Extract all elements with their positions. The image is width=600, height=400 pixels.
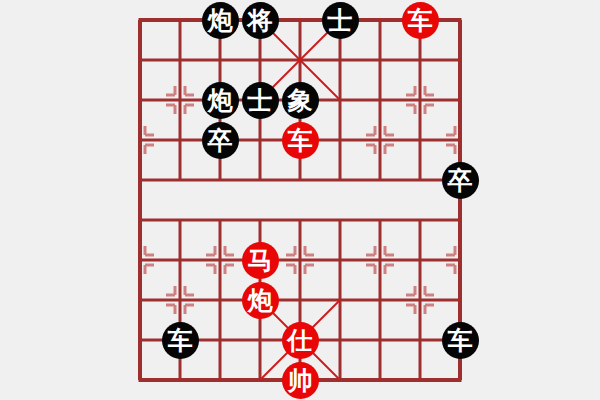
black-advisor[interactable]: 士 xyxy=(242,82,279,119)
red-cannon[interactable]: 炮 xyxy=(242,282,279,319)
black-cannon[interactable]: 炮 xyxy=(202,82,239,119)
black-chariot[interactable]: 车 xyxy=(162,322,199,359)
black-chariot[interactable]: 车 xyxy=(442,322,479,359)
black-advisor[interactable]: 士 xyxy=(322,2,359,39)
red-general[interactable]: 帅 xyxy=(282,362,319,399)
black-elephant[interactable]: 象 xyxy=(282,82,319,119)
black-soldier[interactable]: 卒 xyxy=(442,162,479,199)
red-horse[interactable]: 马 xyxy=(242,242,279,279)
red-advisor[interactable]: 仕 xyxy=(282,322,319,359)
red-chariot[interactable]: 车 xyxy=(402,2,439,39)
xiangqi-board[interactable]: 炮将士车炮士象卒车卒马炮车仕车帅 xyxy=(0,0,600,400)
red-chariot[interactable]: 车 xyxy=(282,122,319,159)
black-soldier[interactable]: 卒 xyxy=(202,122,239,159)
black-cannon[interactable]: 炮 xyxy=(202,2,239,39)
black-general[interactable]: 将 xyxy=(242,2,279,39)
